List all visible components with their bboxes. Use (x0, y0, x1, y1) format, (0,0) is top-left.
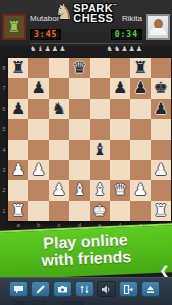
unmute-label: Unmute (60, 299, 85, 305)
captured-pawn-icon: ♟ (128, 45, 134, 53)
square-h3[interactable]: ♟ (151, 160, 171, 180)
chat-button[interactable] (9, 281, 28, 297)
white-captured-tray: ♞♝♟♟♟ (30, 45, 86, 53)
square-e6[interactable] (90, 99, 110, 119)
pencil-icon (35, 284, 46, 295)
white-queen[interactable]: ♛ (110, 180, 130, 200)
file-label-c: c (49, 222, 69, 228)
flip-board-button[interactable] (75, 281, 94, 297)
rank-label-6: 6 (0, 99, 8, 119)
rank-label-7: 7 (0, 78, 8, 98)
header: ♞ SPARK™ CHESS ♜ Mutabor 3:45 ♞♝♟♟♟ (0, 0, 172, 46)
square-d3[interactable] (69, 160, 89, 180)
square-c3[interactable] (49, 160, 69, 180)
square-g1[interactable] (130, 201, 150, 221)
captured-bishop-icon: ♝ (37, 45, 43, 53)
black-rook[interactable]: ♜ (130, 58, 150, 78)
black-player-clock: 0:34 (111, 29, 142, 40)
square-f4[interactable] (110, 140, 130, 160)
square-e5[interactable] (90, 119, 110, 139)
black-captured-tray: ♞♞♟♟♟ (86, 45, 142, 53)
captured-pawn-icon: ♟ (45, 45, 51, 53)
rank-label-5: 5 (0, 119, 8, 139)
square-g8[interactable]: ♜ (130, 58, 150, 78)
black-pawn[interactable]: ♟ (28, 78, 48, 98)
sound-button[interactable] (97, 281, 116, 297)
square-g7[interactable]: ♟ (130, 78, 150, 98)
square-d8[interactable]: ♛ (69, 58, 89, 78)
square-f3[interactable] (110, 160, 130, 180)
square-d1[interactable] (69, 201, 89, 221)
white-bishop[interactable]: ♝ (90, 180, 110, 200)
square-e8[interactable] (90, 58, 110, 78)
captured-knight-icon: ♞ (107, 45, 113, 53)
rank-label-8: 8 (0, 58, 8, 78)
captured-pawn-icon: ♟ (52, 45, 58, 53)
chess-board[interactable]: ♜♛♜♟♟♟♚♟♞♟♝♟♟♟♟♝♝♛♟♜♚♜ (8, 58, 171, 221)
white-pawn[interactable]: ♟ (8, 160, 28, 180)
black-king[interactable]: ♚ (151, 78, 171, 98)
square-h2[interactable] (151, 180, 171, 200)
captured-pawn-icon: ♟ (59, 45, 65, 53)
camera-button[interactable] (53, 281, 72, 297)
rank-label-3: 3 (0, 160, 8, 180)
rank-label-1: 1 (0, 201, 8, 221)
square-c4[interactable] (49, 140, 69, 160)
square-b4[interactable] (28, 140, 48, 160)
square-e7[interactable] (90, 78, 110, 98)
white-rook[interactable]: ♜ (151, 201, 171, 221)
square-h8[interactable] (151, 58, 171, 78)
black-queen[interactable]: ♛ (69, 58, 89, 78)
square-b8[interactable] (28, 58, 48, 78)
leave-game-button[interactable] (119, 281, 138, 297)
white-player-avatar[interactable]: ♜ (2, 14, 26, 40)
square-a7[interactable] (8, 78, 28, 98)
chat-icon (13, 284, 24, 295)
logo-text: SPARK™ CHESS (73, 1, 117, 23)
square-c1[interactable] (49, 201, 69, 221)
square-b7[interactable]: ♟ (28, 78, 48, 98)
promo-banner[interactable]: Play online with friends (0, 223, 172, 280)
square-f7[interactable]: ♟ (110, 78, 130, 98)
file-label-b: b (28, 222, 48, 228)
square-f1[interactable] (110, 201, 130, 221)
white-rook[interactable]: ♜ (8, 201, 28, 221)
white-pawn[interactable]: ♟ (151, 160, 171, 180)
square-h7[interactable]: ♚ (151, 78, 171, 98)
square-b1[interactable] (28, 201, 48, 221)
rank-label-4: 4 (0, 140, 8, 160)
square-g4[interactable] (130, 140, 150, 160)
square-b3[interactable]: ♟ (28, 160, 48, 180)
square-e3[interactable] (90, 160, 110, 180)
white-bishop[interactable]: ♝ (69, 180, 89, 200)
app-screen: ♞ SPARK™ CHESS ♜ Mutabor 3:45 ♞♝♟♟♟ (0, 0, 172, 305)
black-pawn[interactable]: ♟ (151, 99, 171, 119)
square-c5[interactable] (49, 119, 69, 139)
black-knight[interactable]: ♞ (49, 99, 69, 119)
app-logo: ♞ SPARK™ CHESS (55, 0, 118, 24)
square-a3[interactable]: ♟ (8, 160, 28, 180)
square-f5[interactable] (110, 119, 130, 139)
square-g3[interactable] (130, 160, 150, 180)
camera-icon (57, 284, 68, 295)
square-d6[interactable] (69, 99, 89, 119)
captured-knight-icon: ♞ (114, 45, 120, 53)
speaker-muted-icon (101, 284, 112, 295)
square-e2[interactable]: ♝ (90, 180, 110, 200)
square-f6[interactable] (110, 99, 130, 119)
white-pawn[interactable]: ♟ (28, 160, 48, 180)
captured-pawn-icon: ♟ (136, 45, 142, 53)
square-c8[interactable] (49, 58, 69, 78)
square-g5[interactable] (130, 119, 150, 139)
square-b5[interactable] (28, 119, 48, 139)
square-a1[interactable]: ♜ (8, 201, 28, 221)
black-rook[interactable]: ♜ (8, 58, 28, 78)
square-c6[interactable]: ♞ (49, 99, 69, 119)
black-pawn[interactable]: ♟ (8, 99, 28, 119)
white-pawn[interactable]: ♟ (130, 180, 150, 200)
square-e1[interactable]: ♚ (90, 201, 110, 221)
square-d7[interactable] (69, 78, 89, 98)
square-f8[interactable] (110, 58, 130, 78)
square-g6[interactable] (130, 99, 150, 119)
captured-knight-icon: ♞ (30, 45, 36, 53)
square-a2[interactable] (8, 180, 28, 200)
square-a4[interactable] (8, 140, 28, 160)
collapse-chevron[interactable]: ❮ (160, 264, 169, 276)
white-player-clock: 3:45 (30, 29, 61, 40)
white-pawn[interactable]: ♟ (49, 180, 69, 200)
square-c7[interactable] (49, 78, 69, 98)
square-f2[interactable]: ♛ (110, 180, 130, 200)
file-label-a: a (8, 222, 28, 228)
square-b6[interactable] (28, 99, 48, 119)
captured-pawn-icon: ♟ (121, 45, 127, 53)
draw-button[interactable] (31, 281, 50, 297)
square-a5[interactable] (8, 119, 28, 139)
square-h6[interactable]: ♟ (151, 99, 171, 119)
square-a6[interactable]: ♟ (8, 99, 28, 119)
black-pawn[interactable]: ♟ (110, 78, 130, 98)
rank-labels: 87654321 (0, 58, 8, 221)
square-a8[interactable]: ♜ (8, 58, 28, 78)
divider (30, 43, 86, 44)
square-c2[interactable]: ♟ (49, 180, 69, 200)
avatar-rook-icon: ♜ (4, 16, 24, 38)
square-b2[interactable] (28, 180, 48, 200)
swap-arrows-icon (79, 284, 90, 295)
logo-knight-icon: ♞ (55, 0, 74, 24)
rank-label-2: 2 (0, 180, 8, 200)
black-player-avatar[interactable] (146, 14, 170, 40)
exit-icon (123, 284, 134, 295)
open-chat-label: Open Chat (12, 299, 46, 305)
square-d2[interactable]: ♝ (69, 180, 89, 200)
square-h1[interactable]: ♜ (151, 201, 171, 221)
square-e4[interactable]: ♝ (90, 140, 110, 160)
square-d5[interactable] (69, 119, 89, 139)
square-d4[interactable] (69, 140, 89, 160)
divider (86, 43, 142, 44)
square-g2[interactable]: ♟ (130, 180, 150, 200)
white-king[interactable]: ♚ (90, 201, 110, 221)
eject-icon (145, 284, 156, 295)
black-bishop[interactable]: ♝ (90, 140, 110, 160)
home-button[interactable] (141, 281, 160, 297)
square-h4[interactable] (151, 140, 171, 160)
bottom-toolbar: Open Chat Unmute (0, 277, 172, 305)
black-pawn[interactable]: ♟ (130, 78, 150, 98)
square-h5[interactable] (151, 119, 171, 139)
